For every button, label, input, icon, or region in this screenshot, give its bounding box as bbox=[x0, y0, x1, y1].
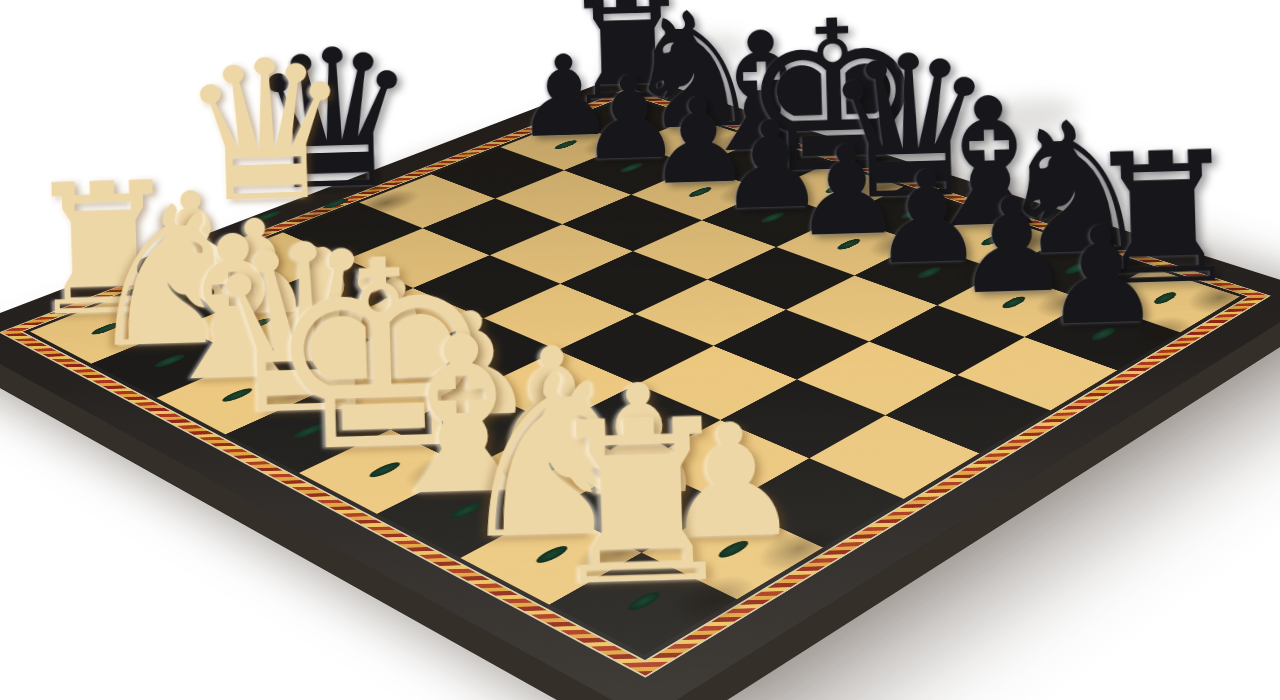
white-rook-glyph: ♜ bbox=[537, 389, 744, 618]
black-pawn-glyph: ♟ bbox=[1039, 207, 1163, 344]
board-perspective-wrapper: ♛♛♜♞♝♚♛♝♞♜♟♟♟♟♟♟♟♟♟♟♟♟♟♟♟♟♜♞♝♛♚♝♞♜ bbox=[0, 0, 1280, 700]
board-pieces: ♛♛♜♞♝♚♛♝♞♜♟♟♟♟♟♟♟♟♟♟♟♟♟♟♟♟♜♞♝♛♚♝♞♜ bbox=[30, 97, 1240, 655]
chess-board: ♛♛♜♞♝♚♛♝♞♜♟♟♟♟♟♟♟♟♟♟♟♟♟♟♟♟♜♞♝♛♚♝♞♜ bbox=[0, 73, 1280, 700]
chess-set-photo-scene: ♛♛♜♞♝♚♛♝♞♜♟♟♟♟♟♟♟♟♟♟♟♟♟♟♟♟♜♞♝♛♚♝♞♜ bbox=[0, 0, 1280, 700]
